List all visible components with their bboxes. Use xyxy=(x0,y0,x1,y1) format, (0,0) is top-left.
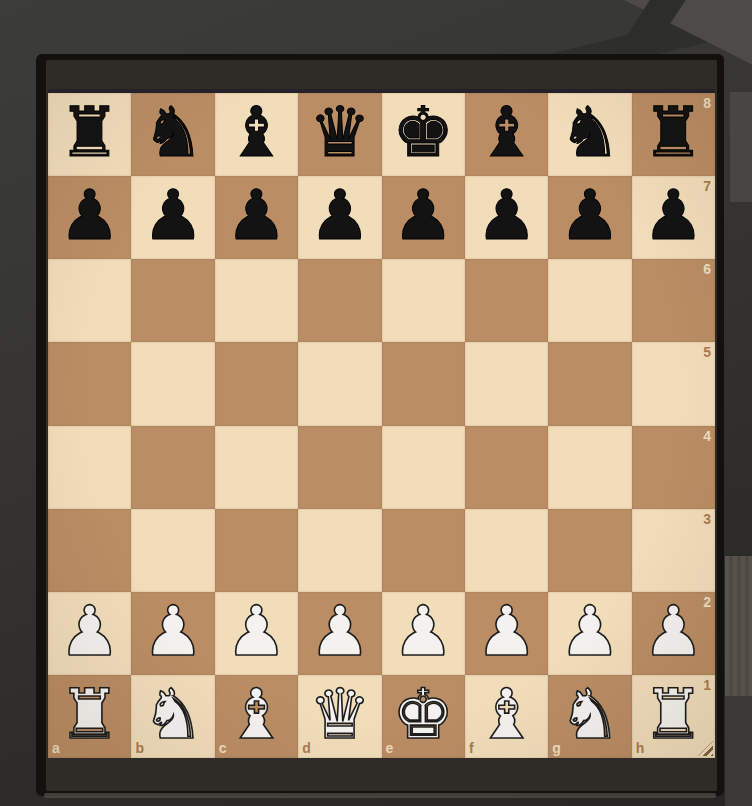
piece-white-queen[interactable]: ♛ xyxy=(309,680,371,749)
piece-black-pawn[interactable]: ♟ xyxy=(226,181,288,250)
square-h5[interactable]: 5 xyxy=(632,342,715,425)
square-b1[interactable]: ♞b xyxy=(131,675,214,758)
square-f8[interactable]: ♝ xyxy=(465,93,548,176)
square-f7[interactable]: ♟ xyxy=(465,176,548,259)
square-d7[interactable]: ♟ xyxy=(298,176,381,259)
square-b7[interactable]: ♟ xyxy=(131,176,214,259)
square-g4[interactable] xyxy=(548,426,631,509)
square-c6[interactable] xyxy=(215,259,298,342)
piece-white-knight[interactable]: ♞ xyxy=(142,680,204,749)
chess-board[interactable]: ♜♞♝♛♚♝♞♜8♟♟♟♟♟♟♟♟76543♟♟♟♟♟♟♟♟2♜a♞b♝c♛d♚… xyxy=(48,93,715,758)
square-f2[interactable]: ♟ xyxy=(465,592,548,675)
square-h7[interactable]: ♟7 xyxy=(632,176,715,259)
square-d4[interactable] xyxy=(298,426,381,509)
square-c3[interactable] xyxy=(215,509,298,592)
square-c8[interactable]: ♝ xyxy=(215,93,298,176)
square-d3[interactable] xyxy=(298,509,381,592)
square-h8[interactable]: ♜8 xyxy=(632,93,715,176)
square-g7[interactable]: ♟ xyxy=(548,176,631,259)
background-right-lower-patch xyxy=(725,696,752,806)
piece-white-rook[interactable]: ♜ xyxy=(642,680,704,749)
piece-white-pawn[interactable]: ♟ xyxy=(226,597,288,666)
piece-white-pawn[interactable]: ♟ xyxy=(642,597,704,666)
square-b4[interactable] xyxy=(131,426,214,509)
scene: { "game": "chess", "position": { "fen": … xyxy=(0,0,752,806)
piece-black-pawn[interactable]: ♟ xyxy=(309,181,371,250)
square-a1[interactable]: ♜a xyxy=(48,675,131,758)
rank-label-5: 5 xyxy=(703,344,711,360)
piece-white-king[interactable]: ♚ xyxy=(392,680,454,749)
piece-black-bishop[interactable]: ♝ xyxy=(226,98,288,167)
square-a8[interactable]: ♜ xyxy=(48,93,131,176)
piece-white-pawn[interactable]: ♟ xyxy=(309,597,371,666)
rank-label-1: 1 xyxy=(703,677,711,693)
square-e1[interactable]: ♚e xyxy=(382,675,465,758)
piece-black-knight[interactable]: ♞ xyxy=(142,98,204,167)
square-h1[interactable]: ♜1h xyxy=(632,675,715,758)
square-e7[interactable]: ♟ xyxy=(382,176,465,259)
piece-black-rook[interactable]: ♜ xyxy=(642,98,704,167)
square-f4[interactable] xyxy=(465,426,548,509)
square-b8[interactable]: ♞ xyxy=(131,93,214,176)
square-e6[interactable] xyxy=(382,259,465,342)
piece-black-pawn[interactable]: ♟ xyxy=(642,181,704,250)
square-g8[interactable]: ♞ xyxy=(548,93,631,176)
piece-white-bishop[interactable]: ♝ xyxy=(226,680,288,749)
square-b3[interactable] xyxy=(131,509,214,592)
piece-white-pawn[interactable]: ♟ xyxy=(476,597,538,666)
square-e5[interactable] xyxy=(382,342,465,425)
square-a2[interactable]: ♟ xyxy=(48,592,131,675)
square-a3[interactable] xyxy=(48,509,131,592)
square-f1[interactable]: ♝f xyxy=(465,675,548,758)
square-f5[interactable] xyxy=(465,342,548,425)
piece-black-pawn[interactable]: ♟ xyxy=(59,181,121,250)
square-h2[interactable]: ♟2 xyxy=(632,592,715,675)
square-c4[interactable] xyxy=(215,426,298,509)
piece-white-pawn[interactable]: ♟ xyxy=(559,597,621,666)
square-a4[interactable] xyxy=(48,426,131,509)
piece-black-king[interactable]: ♚ xyxy=(392,98,454,167)
piece-black-queen[interactable]: ♛ xyxy=(309,98,371,167)
square-c2[interactable]: ♟ xyxy=(215,592,298,675)
piece-white-knight[interactable]: ♞ xyxy=(559,680,621,749)
rank-label-6: 6 xyxy=(703,261,711,277)
rank-label-7: 7 xyxy=(703,178,711,194)
piece-black-pawn[interactable]: ♟ xyxy=(476,181,538,250)
square-c7[interactable]: ♟ xyxy=(215,176,298,259)
background-right-patch xyxy=(730,92,752,202)
square-d5[interactable] xyxy=(298,342,381,425)
square-h4[interactable]: 4 xyxy=(632,426,715,509)
piece-white-pawn[interactable]: ♟ xyxy=(392,597,454,666)
square-d1[interactable]: ♛d xyxy=(298,675,381,758)
square-g2[interactable]: ♟ xyxy=(548,592,631,675)
rank-label-8: 8 xyxy=(703,95,711,111)
piece-black-rook[interactable]: ♜ xyxy=(59,98,121,167)
square-a5[interactable] xyxy=(48,342,131,425)
square-d8[interactable]: ♛ xyxy=(298,93,381,176)
square-e8[interactable]: ♚ xyxy=(382,93,465,176)
square-b5[interactable] xyxy=(131,342,214,425)
square-a6[interactable] xyxy=(48,259,131,342)
square-g3[interactable] xyxy=(548,509,631,592)
piece-black-pawn[interactable]: ♟ xyxy=(559,181,621,250)
piece-black-pawn[interactable]: ♟ xyxy=(142,181,204,250)
square-b6[interactable] xyxy=(131,259,214,342)
piece-black-knight[interactable]: ♞ xyxy=(559,98,621,167)
square-d2[interactable]: ♟ xyxy=(298,592,381,675)
square-c1[interactable]: ♝c xyxy=(215,675,298,758)
square-f6[interactable] xyxy=(465,259,548,342)
square-h6[interactable]: 6 xyxy=(632,259,715,342)
square-g1[interactable]: ♞g xyxy=(548,675,631,758)
rank-label-2: 2 xyxy=(703,594,711,610)
monitor-frame-highlight xyxy=(44,793,716,798)
square-c5[interactable] xyxy=(215,342,298,425)
square-f3[interactable] xyxy=(465,509,548,592)
square-d6[interactable] xyxy=(298,259,381,342)
piece-black-pawn[interactable]: ♟ xyxy=(392,181,454,250)
square-g5[interactable] xyxy=(548,342,631,425)
piece-white-bishop[interactable]: ♝ xyxy=(476,680,538,749)
square-h3[interactable]: 3 xyxy=(632,509,715,592)
square-g6[interactable] xyxy=(548,259,631,342)
piece-white-pawn[interactable]: ♟ xyxy=(142,597,204,666)
piece-white-rook[interactable]: ♜ xyxy=(59,680,121,749)
rank-label-4: 4 xyxy=(703,428,711,444)
background-right-lit-patch xyxy=(725,556,752,696)
file-label-f: f xyxy=(469,740,474,756)
square-e2[interactable]: ♟ xyxy=(382,592,465,675)
rank-label-3: 3 xyxy=(703,511,711,527)
piece-white-pawn[interactable]: ♟ xyxy=(59,597,121,666)
square-a7[interactable]: ♟ xyxy=(48,176,131,259)
square-b2[interactable]: ♟ xyxy=(131,592,214,675)
square-e4[interactable] xyxy=(382,426,465,509)
square-e3[interactable] xyxy=(382,509,465,592)
piece-black-bishop[interactable]: ♝ xyxy=(476,98,538,167)
